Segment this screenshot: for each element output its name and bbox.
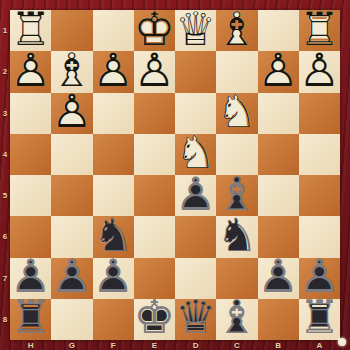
square-f4[interactable] <box>93 134 134 175</box>
piece-outline-layer: ♕ <box>175 295 216 341</box>
square-g3[interactable]: ♟♙ <box>51 93 92 134</box>
square-d2[interactable] <box>175 51 216 92</box>
square-d5[interactable]: ♟♙ <box>175 175 216 216</box>
square-d6[interactable] <box>175 216 216 257</box>
piece-outline-layer: ♕ <box>175 6 216 52</box>
white-pawn-piece[interactable]: ♟♙ <box>51 93 92 134</box>
square-b8[interactable] <box>258 299 299 340</box>
piece-outline-layer: ♖ <box>299 295 340 341</box>
piece-outline-layer: ♔ <box>134 295 175 341</box>
piece-outline-layer: ♙ <box>299 47 340 93</box>
black-rook-piece[interactable]: ♜♖ <box>299 299 340 340</box>
piece-outline-layer: ♗ <box>216 6 257 52</box>
board-grid: ♜♖♚♔♛♕♝♗♜♖♟♙♝♗♟♙♟♙♟♙♟♙♟♙♞♘♞♘♟♙♝♗♞♘♞♘♟♙♟♙… <box>10 10 340 340</box>
piece-outline-layer: ♙ <box>258 47 299 93</box>
file-label-a: A <box>299 340 340 350</box>
black-pawn-piece[interactable]: ♟♙ <box>51 258 92 299</box>
square-h3[interactable] <box>10 93 51 134</box>
square-g7[interactable]: ♟♙ <box>51 258 92 299</box>
square-g4[interactable] <box>51 134 92 175</box>
rank-label-8: 8 <box>0 299 10 340</box>
black-pawn-piece[interactable]: ♟♙ <box>93 258 134 299</box>
black-rook-piece[interactable]: ♜♖ <box>10 299 51 340</box>
piece-outline-layer: ♙ <box>258 253 299 299</box>
square-h4[interactable] <box>10 134 51 175</box>
file-label-e: E <box>134 340 175 350</box>
white-pawn-piece[interactable]: ♟♙ <box>299 51 340 92</box>
square-f3[interactable] <box>93 93 134 134</box>
black-pawn-piece[interactable]: ♟♙ <box>258 258 299 299</box>
square-b5[interactable] <box>258 175 299 216</box>
piece-outline-layer: ♙ <box>134 47 175 93</box>
piece-outline-layer: ♙ <box>93 253 134 299</box>
file-label-c: C <box>216 340 257 350</box>
square-f2[interactable]: ♟♙ <box>93 51 134 92</box>
square-f8[interactable] <box>93 299 134 340</box>
piece-outline-layer: ♙ <box>51 88 92 134</box>
white-knight-piece[interactable]: ♞♘ <box>216 93 257 134</box>
square-h8[interactable]: ♜♖ <box>10 299 51 340</box>
square-g5[interactable] <box>51 175 92 216</box>
square-d1[interactable]: ♛♕ <box>175 10 216 51</box>
file-label-g: G <box>51 340 92 350</box>
square-e4[interactable] <box>134 134 175 175</box>
file-label-b: B <box>258 340 299 350</box>
white-bishop-piece[interactable]: ♝♗ <box>216 10 257 51</box>
file-label-d: D <box>175 340 216 350</box>
square-f7[interactable]: ♟♙ <box>93 258 134 299</box>
file-label-f: F <box>93 340 134 350</box>
square-e5[interactable] <box>134 175 175 216</box>
square-b2[interactable]: ♟♙ <box>258 51 299 92</box>
rank-label-3: 3 <box>0 93 10 134</box>
square-c8[interactable]: ♝♗ <box>216 299 257 340</box>
white-pawn-piece[interactable]: ♟♙ <box>134 51 175 92</box>
square-a4[interactable] <box>299 134 340 175</box>
square-e2[interactable]: ♟♙ <box>134 51 175 92</box>
square-b3[interactable] <box>258 93 299 134</box>
black-bishop-piece[interactable]: ♝♗ <box>216 299 257 340</box>
rank-label-2: 2 <box>0 51 10 92</box>
side-to-move-indicator <box>338 338 346 346</box>
square-h5[interactable] <box>10 175 51 216</box>
square-e6[interactable] <box>134 216 175 257</box>
square-a3[interactable] <box>299 93 340 134</box>
square-b7[interactable]: ♟♙ <box>258 258 299 299</box>
piece-outline-layer: ♗ <box>216 295 257 341</box>
black-king-piece[interactable]: ♚♔ <box>134 299 175 340</box>
square-g8[interactable] <box>51 299 92 340</box>
square-e3[interactable] <box>134 93 175 134</box>
piece-outline-layer: ♘ <box>216 88 257 134</box>
piece-outline-layer: ♘ <box>216 212 257 258</box>
square-h2[interactable]: ♟♙ <box>10 51 51 92</box>
rank-label-column: 12345678 <box>0 10 10 340</box>
chess-board: 12345678 ♜♖♚♔♛♕♝♗♜♖♟♙♝♗♟♙♟♙♟♙♟♙♟♙♞♘♞♘♟♙♝… <box>0 0 350 350</box>
white-pawn-piece[interactable]: ♟♙ <box>10 51 51 92</box>
piece-outline-layer: ♙ <box>51 253 92 299</box>
white-pawn-piece[interactable]: ♟♙ <box>93 51 134 92</box>
square-e8[interactable]: ♚♔ <box>134 299 175 340</box>
black-queen-piece[interactable]: ♛♕ <box>175 299 216 340</box>
rank-label-5: 5 <box>0 175 10 216</box>
square-d8[interactable]: ♛♕ <box>175 299 216 340</box>
white-queen-piece[interactable]: ♛♕ <box>175 10 216 51</box>
piece-outline-layer: ♖ <box>10 295 51 341</box>
file-label-row: HGFEDCBA <box>10 340 340 350</box>
rank-label-1: 1 <box>0 10 10 51</box>
square-b4[interactable] <box>258 134 299 175</box>
square-a2[interactable]: ♟♙ <box>299 51 340 92</box>
rank-label-6: 6 <box>0 216 10 257</box>
black-knight-piece[interactable]: ♞♘ <box>216 216 257 257</box>
file-label-h: H <box>10 340 51 350</box>
square-a8[interactable]: ♜♖ <box>299 299 340 340</box>
square-c6[interactable]: ♞♘ <box>216 216 257 257</box>
white-pawn-piece[interactable]: ♟♙ <box>258 51 299 92</box>
piece-outline-layer: ♙ <box>175 171 216 217</box>
black-pawn-piece[interactable]: ♟♙ <box>175 175 216 216</box>
square-c3[interactable]: ♞♘ <box>216 93 257 134</box>
rank-label-4: 4 <box>0 134 10 175</box>
piece-outline-layer: ♙ <box>10 47 51 93</box>
rank-label-7: 7 <box>0 258 10 299</box>
square-a5[interactable] <box>299 175 340 216</box>
piece-outline-layer: ♙ <box>93 47 134 93</box>
square-c1[interactable]: ♝♗ <box>216 10 257 51</box>
